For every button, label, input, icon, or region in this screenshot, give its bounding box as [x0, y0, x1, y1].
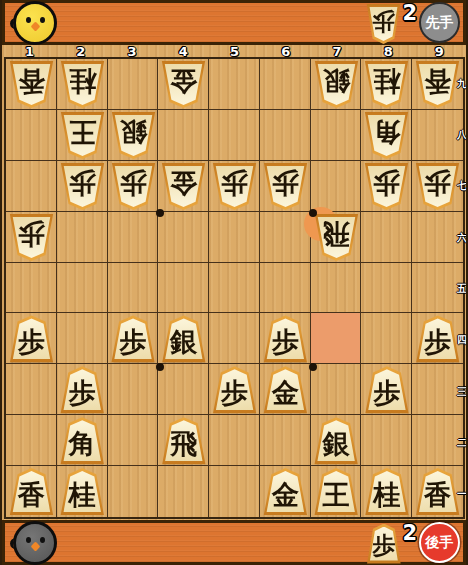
- rank-label-九: 九: [455, 77, 468, 91]
- shogi-piece-銀-top[interactable]: 銀: [111, 112, 156, 159]
- file-label-2: 2: [55, 45, 106, 58]
- square-8九[interactable]: 桂: [361, 59, 412, 110]
- piece-kanji: 歩: [424, 170, 451, 197]
- square-7三[interactable]: [311, 364, 362, 415]
- shogi-piece-桂-bottom[interactable]: 桂: [364, 468, 409, 515]
- file-label-7: 7: [311, 45, 362, 58]
- top-captured-tray[interactable]: 歩 2: [366, 2, 419, 44]
- shogi-piece-飛-bottom[interactable]: 飛: [161, 417, 206, 464]
- square-2四[interactable]: [57, 313, 108, 364]
- square-5八[interactable]: [209, 110, 260, 161]
- square-1六[interactable]: 歩: [6, 212, 57, 263]
- chick-eye-icon: [26, 17, 31, 23]
- square-3七[interactable]: 歩: [108, 161, 159, 212]
- shogi-piece-歩-bottom[interactable]: 歩: [364, 366, 409, 413]
- square-2一[interactable]: 桂: [57, 466, 108, 517]
- piece-kanji: 桂: [69, 481, 96, 508]
- square-7四[interactable]: [311, 313, 362, 364]
- piece-kanji: 歩: [221, 170, 248, 197]
- piece-kanji: 角: [69, 430, 96, 457]
- shogi-piece-金-bottom[interactable]: 金: [263, 366, 308, 413]
- square-2五[interactable]: [57, 263, 108, 314]
- shogi-piece-歩-bottom[interactable]: 歩: [111, 315, 156, 362]
- shogi-board: 香桂金銀桂香王銀角歩歩金歩歩歩歩歩飛歩歩銀歩歩歩歩金歩角飛銀香桂金王桂香: [4, 57, 465, 519]
- square-7七[interactable]: [311, 161, 362, 212]
- piece-kanji: 銀: [323, 430, 350, 457]
- file-label-5: 5: [209, 45, 260, 58]
- square-6六[interactable]: [260, 212, 311, 263]
- bottom-player-avatar-chick: [13, 521, 57, 565]
- file-label-9: 9: [414, 45, 465, 58]
- piece-kanji: 銀: [170, 328, 197, 355]
- square-8八[interactable]: 角: [361, 110, 412, 161]
- square-6四[interactable]: 歩: [260, 313, 311, 364]
- square-4三[interactable]: [158, 364, 209, 415]
- square-1九[interactable]: 香: [6, 59, 57, 110]
- square-3八[interactable]: 銀: [108, 110, 159, 161]
- captured-pawn-count-top: 2: [402, 3, 417, 24]
- square-2七[interactable]: 歩: [57, 161, 108, 212]
- square-1五[interactable]: [6, 263, 57, 314]
- square-5四[interactable]: [209, 313, 260, 364]
- piece-kanji: 王: [323, 481, 350, 508]
- piece-kanji: 歩: [69, 379, 96, 406]
- shogi-piece-飛-top[interactable]: 飛: [314, 214, 359, 261]
- square-3四[interactable]: 歩: [108, 313, 159, 364]
- shogi-piece-歩-top[interactable]: 歩: [9, 214, 54, 261]
- piece-kanji: 歩: [120, 170, 147, 197]
- piece-kanji: 金: [170, 170, 197, 197]
- shogi-piece-桂-top[interactable]: 桂: [60, 61, 105, 108]
- square-1一[interactable]: 香: [6, 466, 57, 517]
- shogi-piece-銀-top[interactable]: 銀: [314, 61, 359, 108]
- chick-eye-icon: [40, 17, 45, 23]
- shogi-piece-香-top[interactable]: 香: [415, 61, 460, 108]
- shogi-piece-香-bottom[interactable]: 香: [9, 468, 54, 515]
- piece-kanji: 金: [170, 69, 197, 96]
- piece-kanji: 銀: [323, 69, 350, 96]
- rank-label-七: 七: [455, 179, 468, 193]
- piece-kanji: 香: [424, 69, 451, 96]
- captured-pawn-bottom[interactable]: 歩: [366, 524, 401, 564]
- square-3九[interactable]: [108, 59, 159, 110]
- rank-label-四: 四: [455, 333, 468, 347]
- square-7六[interactable]: 飛: [311, 212, 362, 263]
- square-7五[interactable]: [311, 263, 362, 314]
- square-1二[interactable]: [6, 415, 57, 466]
- shogi-piece-角-bottom[interactable]: 角: [60, 417, 105, 464]
- shogi-piece-歩-top[interactable]: 歩: [111, 163, 156, 210]
- square-5二[interactable]: [209, 415, 260, 466]
- file-label-1: 1: [4, 45, 55, 58]
- piece-kanji: 飛: [170, 430, 197, 457]
- square-6八[interactable]: [260, 110, 311, 161]
- square-6一[interactable]: 金: [260, 466, 311, 517]
- shogi-piece-桂-bottom[interactable]: 桂: [60, 468, 105, 515]
- bottom-captured-tray[interactable]: 歩 2: [366, 522, 419, 564]
- board-region: 香桂金銀桂香王銀角歩歩金歩歩歩歩歩飛歩歩銀歩歩歩歩金歩角飛銀香桂金王桂香 123…: [2, 45, 466, 520]
- shogi-piece-王-bottom[interactable]: 王: [314, 468, 359, 515]
- square-3三[interactable]: [108, 364, 159, 415]
- square-1四[interactable]: 歩: [6, 313, 57, 364]
- shogi-piece-歩-top[interactable]: 歩: [415, 163, 460, 210]
- bottom-side-badge: 後手: [419, 522, 460, 563]
- star-point: [309, 363, 317, 371]
- square-8一[interactable]: 桂: [361, 466, 412, 517]
- shogi-piece-歩-top[interactable]: 歩: [263, 163, 308, 210]
- shogi-piece-金-top[interactable]: 金: [161, 163, 206, 210]
- shogi-piece-歩-top[interactable]: 歩: [60, 163, 105, 210]
- captured-pawn-glyph: 歩: [372, 6, 395, 37]
- shogi-piece-歩-bottom[interactable]: 歩: [263, 315, 308, 362]
- piece-kanji: 歩: [18, 328, 45, 355]
- star-point: [156, 363, 164, 371]
- square-4一[interactable]: [158, 466, 209, 517]
- square-5九[interactable]: [209, 59, 260, 110]
- shogi-piece-桂-top[interactable]: 桂: [364, 61, 409, 108]
- square-8三[interactable]: 歩: [361, 364, 412, 415]
- piece-kanji: 歩: [373, 170, 400, 197]
- square-7九[interactable]: 銀: [311, 59, 362, 110]
- rank-label-二: 二: [455, 436, 468, 450]
- square-2八[interactable]: 王: [57, 110, 108, 161]
- piece-kanji: 桂: [373, 481, 400, 508]
- shogi-piece-歩-top[interactable]: 歩: [364, 163, 409, 210]
- square-3一[interactable]: [108, 466, 159, 517]
- file-label-4: 4: [158, 45, 209, 58]
- piece-kanji: 銀: [120, 119, 147, 146]
- star-point: [309, 209, 317, 217]
- square-5五[interactable]: [209, 263, 260, 314]
- square-1三[interactable]: [6, 364, 57, 415]
- shogi-piece-王-top[interactable]: 王: [60, 112, 105, 159]
- shogi-piece-歩-bottom[interactable]: 歩: [212, 366, 257, 413]
- square-7二[interactable]: 銀: [311, 415, 362, 466]
- square-4五[interactable]: [158, 263, 209, 314]
- square-6九[interactable]: [260, 59, 311, 110]
- shogi-piece-銀-bottom[interactable]: 銀: [161, 315, 206, 362]
- file-label-3: 3: [106, 45, 157, 58]
- piece-kanji: 桂: [373, 69, 400, 96]
- square-8二[interactable]: [361, 415, 412, 466]
- square-7八[interactable]: [311, 110, 362, 161]
- chick-eye-icon: [40, 537, 45, 543]
- shogi-piece-銀-bottom[interactable]: 銀: [314, 417, 359, 464]
- piece-kanji: 歩: [221, 379, 248, 406]
- file-label-8: 8: [363, 45, 414, 58]
- piece-kanji: 歩: [272, 328, 299, 355]
- shogi-piece-香-top[interactable]: 香: [9, 61, 54, 108]
- shogi-piece-歩-top[interactable]: 歩: [212, 163, 257, 210]
- square-2二[interactable]: 角: [57, 415, 108, 466]
- piece-kanji: 桂: [69, 69, 96, 96]
- top-player-avatar-chick: [13, 1, 57, 45]
- rank-label-六: 六: [455, 231, 468, 245]
- square-8五[interactable]: [361, 263, 412, 314]
- shogi-piece-歩-bottom[interactable]: 歩: [9, 315, 54, 362]
- chick-beak-icon: [31, 21, 41, 31]
- piece-kanji: 香: [18, 481, 45, 508]
- square-1七[interactable]: [6, 161, 57, 212]
- piece-kanji: 金: [272, 481, 299, 508]
- piece-kanji: 歩: [120, 328, 147, 355]
- square-1八[interactable]: [6, 110, 57, 161]
- square-4四[interactable]: 銀: [158, 313, 209, 364]
- piece-kanji: 角: [373, 119, 400, 146]
- square-4二[interactable]: 飛: [158, 415, 209, 466]
- square-8六[interactable]: [361, 212, 412, 263]
- square-2六[interactable]: [57, 212, 108, 263]
- square-6三[interactable]: 金: [260, 364, 311, 415]
- square-7一[interactable]: 王: [311, 466, 362, 517]
- square-6五[interactable]: [260, 263, 311, 314]
- piece-kanji: 歩: [18, 221, 45, 248]
- square-3五[interactable]: [108, 263, 159, 314]
- shogi-piece-金-top[interactable]: 金: [161, 61, 206, 108]
- rank-label-八: 八: [455, 128, 468, 142]
- shogi-piece-歩-bottom[interactable]: 歩: [60, 366, 105, 413]
- piece-kanji: 歩: [424, 328, 451, 355]
- shogi-piece-香-bottom[interactable]: 香: [415, 468, 460, 515]
- piece-kanji: 王: [69, 119, 96, 146]
- shogi-piece-歩-bottom[interactable]: 歩: [415, 315, 460, 362]
- square-8四[interactable]: [361, 313, 412, 364]
- captured-pawn-glyph: 歩: [372, 530, 395, 561]
- square-4八[interactable]: [158, 110, 209, 161]
- rank-label-三: 三: [455, 385, 468, 399]
- bottom-player-bar: 歩 2 後手: [2, 520, 466, 565]
- shogi-piece-角-top[interactable]: 角: [364, 112, 409, 159]
- square-4九[interactable]: 金: [158, 59, 209, 110]
- piece-kanji: 金: [272, 379, 299, 406]
- rank-label-五: 五: [455, 282, 468, 296]
- piece-kanji: 飛: [323, 221, 350, 248]
- piece-kanji: 歩: [69, 170, 96, 197]
- piece-kanji: 香: [424, 481, 451, 508]
- square-5三[interactable]: 歩: [209, 364, 260, 415]
- shogi-app-screen: 歩 2 先手 香桂金銀桂香王銀角歩歩金歩歩歩歩歩飛歩歩銀歩歩歩歩金歩角飛銀香桂金…: [0, 0, 468, 565]
- square-5七[interactable]: 歩: [209, 161, 260, 212]
- top-side-badge: 先手: [419, 2, 460, 43]
- square-5一[interactable]: [209, 466, 260, 517]
- chick-tail-icon: [10, 18, 22, 29]
- square-6七[interactable]: 歩: [260, 161, 311, 212]
- square-4六[interactable]: [158, 212, 209, 263]
- square-5六[interactable]: [209, 212, 260, 263]
- captured-pawn-count-bottom: 2: [402, 523, 417, 544]
- square-8七[interactable]: 歩: [361, 161, 412, 212]
- shogi-piece-金-bottom[interactable]: 金: [263, 468, 308, 515]
- square-2三[interactable]: 歩: [57, 364, 108, 415]
- piece-kanji: 香: [18, 69, 45, 96]
- top-player-bar: 歩 2 先手: [2, 0, 466, 45]
- star-point: [156, 209, 164, 217]
- square-2九[interactable]: 桂: [57, 59, 108, 110]
- square-4七[interactable]: 金: [158, 161, 209, 212]
- chick-eye-icon: [26, 537, 31, 543]
- piece-kanji: 歩: [373, 379, 400, 406]
- square-3二[interactable]: [108, 415, 159, 466]
- file-label-6: 6: [260, 45, 311, 58]
- rank-label-一: 一: [455, 487, 468, 501]
- captured-pawn-top[interactable]: 歩: [366, 4, 401, 44]
- chick-beak-icon: [31, 541, 41, 551]
- square-3六[interactable]: [108, 212, 159, 263]
- chick-tail-icon: [10, 538, 22, 549]
- square-6二[interactable]: [260, 415, 311, 466]
- piece-kanji: 歩: [272, 170, 299, 197]
